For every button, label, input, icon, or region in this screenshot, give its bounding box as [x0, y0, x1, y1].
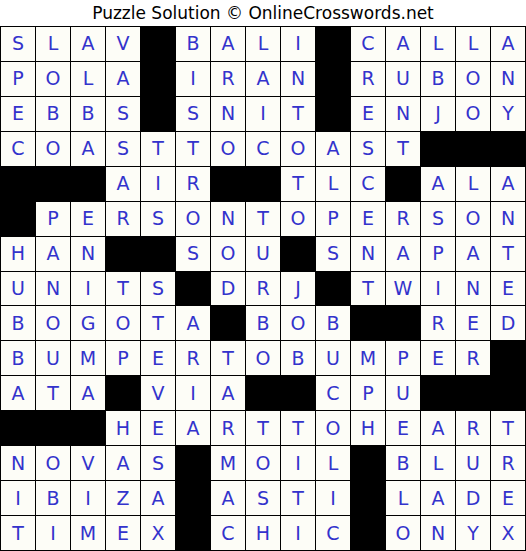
- letter-cell-r4c9: O: [281, 132, 315, 166]
- letter-cell-r2c11: R: [351, 62, 385, 96]
- letter-cell-r11c12: U: [386, 376, 420, 410]
- black-cell-r2c10: [316, 62, 350, 96]
- letter-cell-r13c5: S: [141, 446, 175, 480]
- letter-cell-r6c4: R: [106, 202, 140, 236]
- letter-cell-r4c12: T: [386, 132, 420, 166]
- letter-cell-r7c12: A: [386, 237, 420, 271]
- letter-cell-r14c1: I: [1, 481, 35, 515]
- letter-cell-r1c14: L: [456, 27, 490, 61]
- black-cell-r7c9: [281, 237, 315, 271]
- letter-cell-r8c7: D: [211, 272, 245, 306]
- black-cell-r5c12: [386, 167, 420, 201]
- letter-cell-r12c4: H: [106, 411, 140, 445]
- letter-cell-r6c14: O: [456, 202, 490, 236]
- letter-cell-r11c5: V: [141, 376, 175, 410]
- black-cell-r12c1: [1, 411, 35, 445]
- letter-cell-r10c13: E: [421, 341, 455, 375]
- letter-cell-r5c10: L: [316, 167, 350, 201]
- letter-cell-r12c15: T: [491, 411, 525, 445]
- black-cell-r7c5: [141, 237, 175, 271]
- letter-cell-r15c2: I: [36, 516, 70, 550]
- letter-cell-r2c14: O: [456, 62, 490, 96]
- letter-cell-r7c8: U: [246, 237, 280, 271]
- black-cell-r9c11: [351, 306, 385, 340]
- letter-cell-r5c5: I: [141, 167, 175, 201]
- letter-cell-r10c14: R: [456, 341, 490, 375]
- letter-cell-r15c12: O: [386, 516, 420, 550]
- letter-cell-r14c12: L: [386, 481, 420, 515]
- letter-cell-r11c2: T: [36, 376, 70, 410]
- letter-cell-r9c13: R: [421, 306, 455, 340]
- letter-cell-r12c12: E: [386, 411, 420, 445]
- letter-cell-r13c1: N: [1, 446, 35, 480]
- crossword-solution-page: Puzzle Solution © OnlineCrosswords.net S…: [0, 0, 526, 551]
- letter-cell-r10c6: R: [176, 341, 210, 375]
- black-cell-r9c7: [211, 306, 245, 340]
- letter-cell-r5c11: C: [351, 167, 385, 201]
- letter-cell-r13c15: R: [491, 446, 525, 480]
- black-cell-r5c3: [71, 167, 105, 201]
- letter-cell-r12c8: T: [246, 411, 280, 445]
- letter-cell-r6c8: T: [246, 202, 280, 236]
- letter-cell-r8c13: I: [421, 272, 455, 306]
- black-cell-r3c5: [141, 97, 175, 131]
- letter-cell-r10c1: B: [1, 341, 35, 375]
- letter-cell-r8c15: E: [491, 272, 525, 306]
- letter-cell-r9c9: O: [281, 306, 315, 340]
- letter-cell-r9c2: O: [36, 306, 70, 340]
- letter-cell-r2c12: U: [386, 62, 420, 96]
- letter-cell-r6c15: N: [491, 202, 525, 236]
- page-title: Puzzle Solution © OnlineCrosswords.net: [0, 0, 526, 26]
- black-cell-r13c11: [351, 446, 385, 480]
- letter-cell-r6c5: S: [141, 202, 175, 236]
- letter-cell-r10c2: U: [36, 341, 70, 375]
- black-cell-r15c6: [176, 516, 210, 550]
- letter-cell-r14c9: T: [281, 481, 315, 515]
- black-cell-r11c9: [281, 376, 315, 410]
- letter-cell-r4c1: C: [1, 132, 35, 166]
- letter-cell-r3c8: I: [246, 97, 280, 131]
- letter-cell-r15c1: T: [1, 516, 35, 550]
- letter-cell-r11c6: I: [176, 376, 210, 410]
- letter-cell-r10c5: E: [141, 341, 175, 375]
- letter-cell-r7c13: P: [421, 237, 455, 271]
- letter-cell-r3c11: E: [351, 97, 385, 131]
- black-cell-r11c14: [456, 376, 490, 410]
- letter-cell-r9c4: O: [106, 306, 140, 340]
- letter-cell-r3c13: J: [421, 97, 455, 131]
- letter-cell-r15c5: X: [141, 516, 175, 550]
- letter-cell-r1c1: S: [1, 27, 35, 61]
- letter-cell-r12c9: T: [281, 411, 315, 445]
- letter-cell-r9c15: D: [491, 306, 525, 340]
- letter-cell-r1c12: A: [386, 27, 420, 61]
- black-cell-r8c6: [176, 272, 210, 306]
- letter-cell-r11c3: A: [71, 376, 105, 410]
- letter-cell-r13c3: V: [71, 446, 105, 480]
- black-cell-r15c11: [351, 516, 385, 550]
- letter-cell-r11c11: P: [351, 376, 385, 410]
- letter-cell-r2c7: R: [211, 62, 245, 96]
- letter-cell-r12c14: R: [456, 411, 490, 445]
- letter-cell-r14c4: Z: [106, 481, 140, 515]
- letter-cell-r8c8: R: [246, 272, 280, 306]
- letter-cell-r6c9: O: [281, 202, 315, 236]
- black-cell-r11c4: [106, 376, 140, 410]
- letter-cell-r10c4: P: [106, 341, 140, 375]
- letter-cell-r12c11: H: [351, 411, 385, 445]
- letter-cell-r3c1: E: [1, 97, 35, 131]
- letter-cell-r14c14: D: [456, 481, 490, 515]
- letter-cell-r15c9: I: [281, 516, 315, 550]
- letter-cell-r8c12: W: [386, 272, 420, 306]
- letter-cell-r2c6: I: [176, 62, 210, 96]
- letter-cell-r1c13: L: [421, 27, 455, 61]
- letter-cell-r12c6: A: [176, 411, 210, 445]
- letter-cell-r1c3: A: [71, 27, 105, 61]
- letter-cell-r9c3: G: [71, 306, 105, 340]
- letter-cell-r10c10: U: [316, 341, 350, 375]
- black-cell-r8c10: [316, 272, 350, 306]
- black-cell-r4c13: [421, 132, 455, 166]
- letter-cell-r13c10: L: [316, 446, 350, 480]
- black-cell-r14c11: [351, 481, 385, 515]
- crossword-grid: SLAVBALICALLAPOLAIRANRUBONEBBSSNITENJOYC…: [0, 26, 526, 551]
- letter-cell-r12c13: A: [421, 411, 455, 445]
- letter-cell-r2c8: A: [246, 62, 280, 96]
- letter-cell-r9c10: B: [316, 306, 350, 340]
- black-cell-r2c5: [141, 62, 175, 96]
- letter-cell-r7c11: N: [351, 237, 385, 271]
- letter-cell-r3c6: S: [176, 97, 210, 131]
- letter-cell-r10c8: O: [246, 341, 280, 375]
- black-cell-r5c2: [36, 167, 70, 201]
- letter-cell-r5c14: L: [456, 167, 490, 201]
- letter-cell-r9c8: B: [246, 306, 280, 340]
- letter-cell-r15c8: H: [246, 516, 280, 550]
- black-cell-r4c14: [456, 132, 490, 166]
- letter-cell-r15c10: C: [316, 516, 350, 550]
- letter-cell-r14c7: A: [211, 481, 245, 515]
- letter-cell-r3c4: S: [106, 97, 140, 131]
- letter-cell-r2c1: P: [1, 62, 35, 96]
- letter-cell-r6c2: P: [36, 202, 70, 236]
- letter-cell-r5c9: T: [281, 167, 315, 201]
- letter-cell-r4c3: A: [71, 132, 105, 166]
- black-cell-r5c7: [211, 167, 245, 201]
- letter-cell-r14c2: B: [36, 481, 70, 515]
- letter-cell-r1c2: L: [36, 27, 70, 61]
- letter-cell-r14c10: I: [316, 481, 350, 515]
- letter-cell-r3c3: B: [71, 97, 105, 131]
- letter-cell-r1c6: B: [176, 27, 210, 61]
- letter-cell-r13c9: I: [281, 446, 315, 480]
- black-cell-r9c12: [386, 306, 420, 340]
- letter-cell-r7c7: O: [211, 237, 245, 271]
- letter-cell-r11c10: C: [316, 376, 350, 410]
- letter-cell-r13c8: O: [246, 446, 280, 480]
- black-cell-r4c15: [491, 132, 525, 166]
- letter-cell-r1c4: V: [106, 27, 140, 61]
- letter-cell-r6c12: R: [386, 202, 420, 236]
- black-cell-r6c1: [1, 202, 35, 236]
- letter-cell-r8c9: J: [281, 272, 315, 306]
- letter-cell-r4c5: T: [141, 132, 175, 166]
- black-cell-r3c10: [316, 97, 350, 131]
- letter-cell-r13c4: A: [106, 446, 140, 480]
- letter-cell-r4c4: S: [106, 132, 140, 166]
- letter-cell-r1c7: A: [211, 27, 245, 61]
- letter-cell-r15c15: X: [491, 516, 525, 550]
- letter-cell-r4c10: A: [316, 132, 350, 166]
- letter-cell-r3c15: Y: [491, 97, 525, 131]
- letter-cell-r1c11: C: [351, 27, 385, 61]
- letter-cell-r9c6: A: [176, 306, 210, 340]
- black-cell-r5c1: [1, 167, 35, 201]
- black-cell-r1c5: [141, 27, 175, 61]
- letter-cell-r13c2: O: [36, 446, 70, 480]
- letter-cell-r3c2: B: [36, 97, 70, 131]
- letter-cell-r2c4: A: [106, 62, 140, 96]
- letter-cell-r14c3: I: [71, 481, 105, 515]
- letter-cell-r14c13: A: [421, 481, 455, 515]
- black-cell-r13c6: [176, 446, 210, 480]
- letter-cell-r5c13: A: [421, 167, 455, 201]
- letter-cell-r10c11: M: [351, 341, 385, 375]
- letter-cell-r15c7: C: [211, 516, 245, 550]
- black-cell-r12c2: [36, 411, 70, 445]
- letter-cell-r15c4: E: [106, 516, 140, 550]
- letter-cell-r6c10: P: [316, 202, 350, 236]
- letter-cell-r7c14: A: [456, 237, 490, 271]
- letter-cell-r12c10: O: [316, 411, 350, 445]
- letter-cell-r13c14: U: [456, 446, 490, 480]
- letter-cell-r5c15: A: [491, 167, 525, 201]
- letter-cell-r12c5: E: [141, 411, 175, 445]
- letter-cell-r2c13: B: [421, 62, 455, 96]
- letter-cell-r9c1: B: [1, 306, 35, 340]
- letter-cell-r6c6: O: [176, 202, 210, 236]
- black-cell-r11c13: [421, 376, 455, 410]
- letter-cell-r10c3: M: [71, 341, 105, 375]
- letter-cell-r12c7: R: [211, 411, 245, 445]
- black-cell-r11c15: [491, 376, 525, 410]
- letter-cell-r6c13: S: [421, 202, 455, 236]
- letter-cell-r8c2: N: [36, 272, 70, 306]
- letter-cell-r8c5: S: [141, 272, 175, 306]
- letter-cell-r14c15: E: [491, 481, 525, 515]
- black-cell-r10c15: [491, 341, 525, 375]
- letter-cell-r1c15: A: [491, 27, 525, 61]
- letter-cell-r13c7: M: [211, 446, 245, 480]
- letter-cell-r5c4: A: [106, 167, 140, 201]
- letter-cell-r10c12: P: [386, 341, 420, 375]
- letter-cell-r1c8: L: [246, 27, 280, 61]
- letter-cell-r9c5: T: [141, 306, 175, 340]
- letter-cell-r3c12: N: [386, 97, 420, 131]
- letter-cell-r15c3: M: [71, 516, 105, 550]
- letter-cell-r6c7: N: [211, 202, 245, 236]
- letter-cell-r10c9: B: [281, 341, 315, 375]
- letter-cell-r14c5: A: [141, 481, 175, 515]
- letter-cell-r3c9: T: [281, 97, 315, 131]
- letter-cell-r4c2: O: [36, 132, 70, 166]
- letter-cell-r4c8: C: [246, 132, 280, 166]
- letter-cell-r11c7: A: [211, 376, 245, 410]
- black-cell-r7c4: [106, 237, 140, 271]
- letter-cell-r13c12: B: [386, 446, 420, 480]
- black-cell-r11c8: [246, 376, 280, 410]
- letter-cell-r8c11: T: [351, 272, 385, 306]
- letter-cell-r8c14: N: [456, 272, 490, 306]
- letter-cell-r15c13: N: [421, 516, 455, 550]
- letter-cell-r6c3: E: [71, 202, 105, 236]
- letter-cell-r8c1: U: [1, 272, 35, 306]
- letter-cell-r10c7: T: [211, 341, 245, 375]
- letter-cell-r8c3: I: [71, 272, 105, 306]
- black-cell-r5c8: [246, 167, 280, 201]
- letter-cell-r4c6: T: [176, 132, 210, 166]
- black-cell-r14c6: [176, 481, 210, 515]
- letter-cell-r2c2: O: [36, 62, 70, 96]
- letter-cell-r7c3: N: [71, 237, 105, 271]
- letter-cell-r3c7: N: [211, 97, 245, 131]
- letter-cell-r3c14: O: [456, 97, 490, 131]
- letter-cell-r4c11: S: [351, 132, 385, 166]
- letter-cell-r6c11: E: [351, 202, 385, 236]
- letter-cell-r1c9: I: [281, 27, 315, 61]
- letter-cell-r2c9: N: [281, 62, 315, 96]
- letter-cell-r4c7: O: [211, 132, 245, 166]
- black-cell-r12c3: [71, 411, 105, 445]
- letter-cell-r2c15: N: [491, 62, 525, 96]
- letter-cell-r7c1: H: [1, 237, 35, 271]
- letter-cell-r15c14: Y: [456, 516, 490, 550]
- letter-cell-r8c4: T: [106, 272, 140, 306]
- letter-cell-r7c2: A: [36, 237, 70, 271]
- letter-cell-r11c1: A: [1, 376, 35, 410]
- black-cell-r1c10: [316, 27, 350, 61]
- letter-cell-r7c6: S: [176, 237, 210, 271]
- letter-cell-r9c14: E: [456, 306, 490, 340]
- letter-cell-r14c8: S: [246, 481, 280, 515]
- letter-cell-r5c6: R: [176, 167, 210, 201]
- letter-cell-r7c15: T: [491, 237, 525, 271]
- letter-cell-r13c13: L: [421, 446, 455, 480]
- letter-cell-r7c10: S: [316, 237, 350, 271]
- letter-cell-r2c3: L: [71, 62, 105, 96]
